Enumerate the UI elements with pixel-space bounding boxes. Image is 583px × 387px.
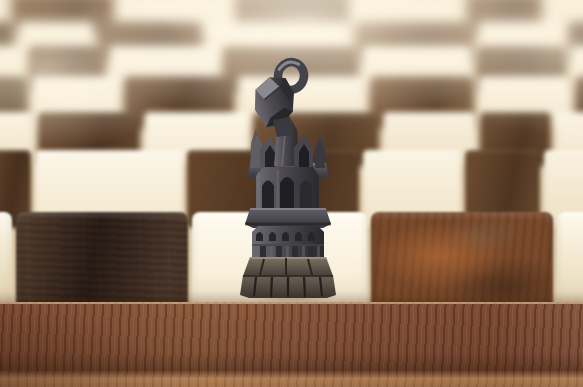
board-square[interactable]	[0, 212, 12, 316]
chessboard-photo	[0, 0, 583, 387]
board-square[interactable]	[16, 212, 188, 316]
black-rook-tower-piece[interactable]	[232, 56, 344, 298]
piece-lower-tier	[252, 226, 324, 260]
piece-cornice	[245, 209, 331, 228]
board-square[interactable]	[371, 212, 553, 316]
piece-base	[240, 257, 336, 298]
board-frame-plank	[0, 302, 583, 387]
piece-neck	[273, 117, 291, 137]
board-square[interactable]	[557, 212, 583, 316]
piece-upper-tier	[256, 167, 319, 212]
